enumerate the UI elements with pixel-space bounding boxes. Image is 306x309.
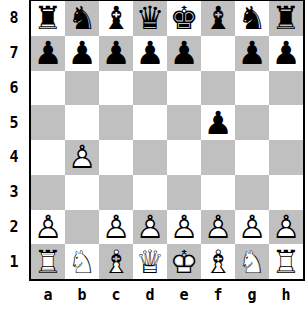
black-pawn-icon: ♟: [235, 36, 269, 71]
file-label-d: d: [133, 282, 167, 308]
square-f5[interactable]: ♟: [201, 105, 235, 140]
square-g3[interactable]: [235, 175, 269, 210]
square-a7[interactable]: ♟: [31, 36, 65, 71]
square-b7[interactable]: ♟: [65, 36, 99, 71]
rank-label-3: 3: [0, 175, 28, 210]
square-h4[interactable]: [269, 140, 303, 175]
square-e1[interactable]: ♚♔: [167, 244, 201, 279]
black-queen-icon: ♛: [133, 1, 167, 36]
square-e2[interactable]: ♟♙: [167, 210, 201, 245]
square-h1[interactable]: ♜♖: [269, 244, 303, 279]
square-g7[interactable]: ♟: [235, 36, 269, 71]
file-label-e: e: [167, 282, 201, 308]
rank-label-8: 8: [0, 1, 28, 36]
square-b4[interactable]: ♟♙: [65, 140, 99, 175]
square-d3[interactable]: [133, 175, 167, 210]
square-c4[interactable]: [99, 140, 133, 175]
square-e3[interactable]: [167, 175, 201, 210]
white-king-icon: ♚♔: [167, 244, 201, 279]
white-pawn-icon: ♟♙: [99, 210, 133, 245]
black-pawn-icon: ♟: [99, 36, 133, 71]
square-d7[interactable]: ♟: [133, 36, 167, 71]
square-h8[interactable]: ♜: [269, 1, 303, 36]
square-b1[interactable]: ♞♘: [65, 244, 99, 279]
square-a1[interactable]: ♜♖: [31, 244, 65, 279]
black-rook-icon: ♜: [31, 1, 65, 36]
chess-board: ♜♞♝♛♚♝♞♜♟♟♟♟♟♟♟♟♟♙♟♙♟♙♟♙♟♙♟♙♟♙♟♙♜♖♞♘♝♗♛♕…: [29, 0, 305, 281]
white-pawn-icon: ♟♙: [133, 210, 167, 245]
black-pawn-icon: ♟: [269, 36, 303, 71]
square-f7[interactable]: [201, 36, 235, 71]
white-bishop-icon: ♝♗: [201, 244, 235, 279]
square-f4[interactable]: [201, 140, 235, 175]
white-pawn-icon: ♟♙: [31, 210, 65, 245]
square-b2[interactable]: [65, 210, 99, 245]
square-d4[interactable]: [133, 140, 167, 175]
white-pawn-icon: ♟♙: [235, 210, 269, 245]
black-pawn-icon: ♟: [133, 36, 167, 71]
white-knight-icon: ♞♘: [65, 244, 99, 279]
square-b3[interactable]: [65, 175, 99, 210]
rank-label-4: 4: [0, 140, 28, 175]
black-knight-icon: ♞: [235, 1, 269, 36]
rank-label-2: 2: [0, 210, 28, 245]
square-g4[interactable]: [235, 140, 269, 175]
rank-label-7: 7: [0, 36, 28, 71]
square-d6[interactable]: [133, 71, 167, 106]
white-pawn-icon: ♟♙: [167, 210, 201, 245]
black-king-icon: ♚: [167, 1, 201, 36]
square-d8[interactable]: ♛: [133, 1, 167, 36]
rank-label-1: 1: [0, 244, 28, 279]
square-a8[interactable]: ♜: [31, 1, 65, 36]
square-e8[interactable]: ♚: [167, 1, 201, 36]
white-rook-icon: ♜♖: [269, 244, 303, 279]
white-queen-icon: ♛♕: [133, 244, 167, 279]
square-g1[interactable]: ♞♘: [235, 244, 269, 279]
square-h6[interactable]: [269, 71, 303, 106]
file-labels: abcdefgh: [31, 282, 303, 308]
square-h3[interactable]: [269, 175, 303, 210]
white-pawn-icon: ♟♙: [201, 210, 235, 245]
square-g2[interactable]: ♟♙: [235, 210, 269, 245]
black-bishop-icon: ♝: [201, 1, 235, 36]
square-a3[interactable]: [31, 175, 65, 210]
white-bishop-icon: ♝♗: [99, 244, 133, 279]
square-h7[interactable]: ♟: [269, 36, 303, 71]
square-a2[interactable]: ♟♙: [31, 210, 65, 245]
file-label-b: b: [65, 282, 99, 308]
square-g8[interactable]: ♞: [235, 1, 269, 36]
rank-labels: 87654321: [0, 1, 28, 279]
square-h2[interactable]: ♟♙: [269, 210, 303, 245]
square-e7[interactable]: ♟: [167, 36, 201, 71]
square-b6[interactable]: [65, 71, 99, 106]
square-b8[interactable]: ♞: [65, 1, 99, 36]
square-a4[interactable]: [31, 140, 65, 175]
square-e4[interactable]: [167, 140, 201, 175]
file-label-c: c: [99, 282, 133, 308]
square-e6[interactable]: [167, 71, 201, 106]
file-label-a: a: [31, 282, 65, 308]
square-f3[interactable]: [201, 175, 235, 210]
square-f2[interactable]: ♟♙: [201, 210, 235, 245]
black-pawn-icon: ♟: [167, 36, 201, 71]
white-pawn-icon: ♟♙: [269, 210, 303, 245]
black-bishop-icon: ♝: [99, 1, 133, 36]
black-knight-icon: ♞: [65, 1, 99, 36]
square-d5[interactable]: [133, 105, 167, 140]
square-c5[interactable]: [99, 105, 133, 140]
rank-label-6: 6: [0, 71, 28, 106]
square-c7[interactable]: ♟: [99, 36, 133, 71]
square-c1[interactable]: ♝♗: [99, 244, 133, 279]
square-f1[interactable]: ♝♗: [201, 244, 235, 279]
square-a6[interactable]: [31, 71, 65, 106]
square-d1[interactable]: ♛♕: [133, 244, 167, 279]
square-c2[interactable]: ♟♙: [99, 210, 133, 245]
black-pawn-icon: ♟: [201, 105, 235, 140]
square-g6[interactable]: [235, 71, 269, 106]
white-knight-icon: ♞♘: [235, 244, 269, 279]
file-label-f: f: [201, 282, 235, 308]
square-d2[interactable]: ♟♙: [133, 210, 167, 245]
square-a5[interactable]: [31, 105, 65, 140]
black-pawn-icon: ♟: [31, 36, 65, 71]
black-pawn-icon: ♟: [65, 36, 99, 71]
white-pawn-icon: ♟♙: [65, 140, 99, 175]
file-label-g: g: [235, 282, 269, 308]
square-e5[interactable]: [167, 105, 201, 140]
black-rook-icon: ♜: [269, 1, 303, 36]
file-label-h: h: [269, 282, 303, 308]
square-c8[interactable]: ♝: [99, 1, 133, 36]
square-c3[interactable]: [99, 175, 133, 210]
square-c6[interactable]: [99, 71, 133, 106]
square-f8[interactable]: ♝: [201, 1, 235, 36]
square-h5[interactable]: [269, 105, 303, 140]
chess-diagram: 87654321 ♜♞♝♛♚♝♞♜♟♟♟♟♟♟♟♟♟♙♟♙♟♙♟♙♟♙♟♙♟♙♟…: [0, 0, 306, 309]
square-b5[interactable]: [65, 105, 99, 140]
rank-label-5: 5: [0, 105, 28, 140]
white-rook-icon: ♜♖: [31, 244, 65, 279]
square-g5[interactable]: [235, 105, 269, 140]
square-f6[interactable]: [201, 71, 235, 106]
